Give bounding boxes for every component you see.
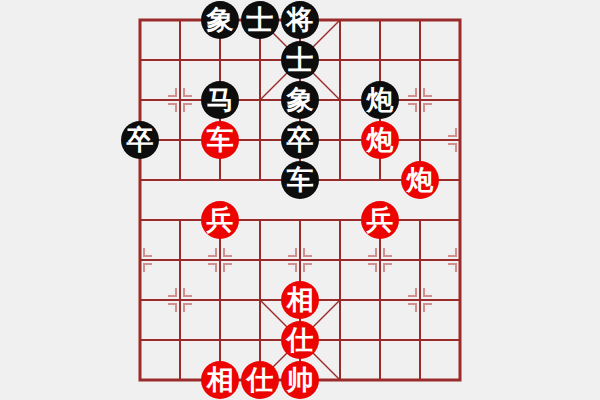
piece-red-general[interactable]: 帅 — [281, 361, 319, 399]
piece-black-general[interactable]: 将 — [281, 1, 319, 39]
piece-red-elephant[interactable]: 相 — [281, 281, 319, 319]
piece-black-advisor[interactable]: 士 — [281, 41, 319, 79]
piece-black-horse[interactable]: 马 — [201, 81, 239, 119]
piece-black-advisor[interactable]: 士 — [241, 1, 279, 39]
piece-red-advisor[interactable]: 仕 — [281, 321, 319, 359]
piece-red-cannon[interactable]: 炮 — [361, 121, 399, 159]
piece-black-chariot[interactable]: 车 — [281, 161, 319, 199]
piece-black-soldier[interactable]: 卒 — [121, 121, 159, 159]
piece-black-cannon[interactable]: 炮 — [361, 81, 399, 119]
xiangqi-board[interactable]: 象士将士马象炮卒卒车车炮炮兵兵相仕相仕帅 — [0, 0, 600, 400]
piece-black-elephant[interactable]: 象 — [201, 1, 239, 39]
piece-red-advisor[interactable]: 仕 — [241, 361, 279, 399]
piece-red-elephant[interactable]: 相 — [201, 361, 239, 399]
piece-red-cannon[interactable]: 炮 — [401, 161, 439, 199]
piece-red-soldier[interactable]: 兵 — [201, 201, 239, 239]
piece-black-soldier[interactable]: 卒 — [281, 121, 319, 159]
piece-red-chariot[interactable]: 车 — [201, 121, 239, 159]
piece-red-soldier[interactable]: 兵 — [361, 201, 399, 239]
piece-black-elephant[interactable]: 象 — [281, 81, 319, 119]
